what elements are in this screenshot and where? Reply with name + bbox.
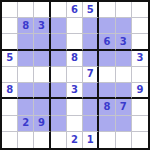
cell-r2c1[interactable] bbox=[2, 18, 18, 34]
cell-r9c7[interactable] bbox=[99, 132, 115, 148]
cell-r8c9[interactable] bbox=[132, 116, 148, 132]
cell-r7c2[interactable] bbox=[18, 99, 34, 115]
cell-r6c4[interactable] bbox=[51, 83, 67, 99]
cell-r2c6[interactable] bbox=[83, 18, 99, 34]
cell-r4c8[interactable] bbox=[116, 51, 132, 67]
cell-r8c2[interactable]: 2 bbox=[18, 116, 34, 132]
cell-r1c4[interactable] bbox=[51, 2, 67, 18]
cell-r4c7[interactable] bbox=[99, 51, 115, 67]
cell-r3c9[interactable] bbox=[132, 34, 148, 50]
cell-r6c1[interactable]: 8 bbox=[2, 83, 18, 99]
cell-r8c8[interactable] bbox=[116, 116, 132, 132]
cell-r8c4[interactable] bbox=[51, 116, 67, 132]
cell-r6c6[interactable] bbox=[83, 83, 99, 99]
cell-r5c8[interactable] bbox=[116, 67, 132, 83]
cell-r3c6[interactable] bbox=[83, 34, 99, 50]
cell-r2c9[interactable] bbox=[132, 18, 148, 34]
cell-r8c6[interactable] bbox=[83, 116, 99, 132]
cell-r7c6[interactable] bbox=[83, 99, 99, 115]
cell-r3c7[interactable]: 6 bbox=[99, 34, 115, 50]
cell-r8c5[interactable] bbox=[67, 116, 83, 132]
cell-r6c7[interactable] bbox=[99, 83, 115, 99]
cell-r9c9[interactable] bbox=[132, 132, 148, 148]
cell-r1c8[interactable] bbox=[116, 2, 132, 18]
cell-r2c7[interactable] bbox=[99, 18, 115, 34]
cell-r4c3[interactable] bbox=[34, 51, 50, 67]
cell-r1c1[interactable] bbox=[2, 2, 18, 18]
cell-r7c5[interactable] bbox=[67, 99, 83, 115]
cell-r5c1[interactable] bbox=[2, 67, 18, 83]
cell-r5c9[interactable] bbox=[132, 67, 148, 83]
cell-r2c4[interactable] bbox=[51, 18, 67, 34]
cell-r7c9[interactable] bbox=[132, 99, 148, 115]
cell-r4c9[interactable]: 3 bbox=[132, 51, 148, 67]
cell-r2c5[interactable] bbox=[67, 18, 83, 34]
cell-r8c1[interactable] bbox=[2, 116, 18, 132]
cell-r7c8[interactable]: 7 bbox=[116, 99, 132, 115]
cell-r6c3[interactable] bbox=[34, 83, 50, 99]
cell-r2c8[interactable] bbox=[116, 18, 132, 34]
cell-r5c6[interactable]: 7 bbox=[83, 67, 99, 83]
cell-r9c6[interactable]: 1 bbox=[83, 132, 99, 148]
cell-r3c1[interactable] bbox=[2, 34, 18, 50]
cell-r7c4[interactable] bbox=[51, 99, 67, 115]
cell-r4c6[interactable] bbox=[83, 51, 99, 67]
cell-r5c3[interactable] bbox=[34, 67, 50, 83]
cell-r6c2[interactable] bbox=[18, 83, 34, 99]
cell-r1c9[interactable] bbox=[132, 2, 148, 18]
cell-r1c7[interactable] bbox=[99, 2, 115, 18]
cell-r1c3[interactable] bbox=[34, 2, 50, 18]
cell-r7c3[interactable] bbox=[34, 99, 50, 115]
cell-r4c4[interactable] bbox=[51, 51, 67, 67]
cell-r1c2[interactable] bbox=[18, 2, 34, 18]
cell-r5c7[interactable] bbox=[99, 67, 115, 83]
cell-r6c5[interactable]: 3 bbox=[67, 83, 83, 99]
cell-r1c5[interactable]: 6 bbox=[67, 2, 83, 18]
cell-r2c2[interactable]: 8 bbox=[18, 18, 34, 34]
cell-r3c2[interactable] bbox=[18, 34, 34, 50]
cell-r4c2[interactable] bbox=[18, 51, 34, 67]
cell-r9c3[interactable] bbox=[34, 132, 50, 148]
cell-r6c9[interactable]: 9 bbox=[132, 83, 148, 99]
cell-r3c4[interactable] bbox=[51, 34, 67, 50]
cell-r5c5[interactable] bbox=[67, 67, 83, 83]
cell-r8c7[interactable] bbox=[99, 116, 115, 132]
cell-r8c3[interactable]: 9 bbox=[34, 116, 50, 132]
cell-r2c3[interactable]: 3 bbox=[34, 18, 50, 34]
cell-r9c2[interactable] bbox=[18, 132, 34, 148]
sudoku-board: 6583635837839872921 bbox=[0, 0, 150, 150]
cell-r9c8[interactable] bbox=[116, 132, 132, 148]
cell-r9c1[interactable] bbox=[2, 132, 18, 148]
cell-r9c4[interactable] bbox=[51, 132, 67, 148]
cell-r4c5[interactable]: 8 bbox=[67, 51, 83, 67]
cell-r5c4[interactable] bbox=[51, 67, 67, 83]
cell-r1c6[interactable]: 5 bbox=[83, 2, 99, 18]
cell-r7c7[interactable]: 8 bbox=[99, 99, 115, 115]
cell-r5c2[interactable] bbox=[18, 67, 34, 83]
cell-r9c5[interactable]: 2 bbox=[67, 132, 83, 148]
cell-r7c1[interactable] bbox=[2, 99, 18, 115]
cell-r6c8[interactable] bbox=[116, 83, 132, 99]
cell-r3c3[interactable] bbox=[34, 34, 50, 50]
cell-r4c1[interactable]: 5 bbox=[2, 51, 18, 67]
cell-r3c8[interactable]: 3 bbox=[116, 34, 132, 50]
cell-r3c5[interactable] bbox=[67, 34, 83, 50]
